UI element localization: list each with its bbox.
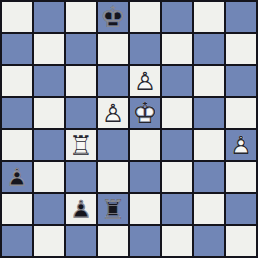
square-f5[interactable]	[162, 98, 192, 128]
piece-black-king-d8[interactable]: ♚♔	[98, 2, 128, 32]
piece-outline-glyph: ♙	[2, 162, 32, 192]
square-a6[interactable]	[2, 66, 32, 96]
square-c5[interactable]	[66, 98, 96, 128]
square-b7[interactable]	[34, 34, 64, 64]
square-e2[interactable]	[130, 194, 160, 224]
square-g7[interactable]	[194, 34, 224, 64]
piece-outline-glyph: ♙	[130, 66, 160, 96]
square-h1[interactable]	[226, 226, 256, 256]
piece-white-pawn-h4[interactable]: ♟♙	[226, 130, 256, 160]
square-e5[interactable]: ♚♔	[130, 98, 160, 128]
square-e6[interactable]: ♟♙	[130, 66, 160, 96]
square-d2[interactable]: ♜♖	[98, 194, 128, 224]
square-c3[interactable]	[66, 162, 96, 192]
square-c8[interactable]	[66, 2, 96, 32]
piece-outline-glyph: ♔	[98, 2, 128, 32]
piece-outline-glyph: ♙	[226, 130, 256, 160]
square-b8[interactable]	[34, 2, 64, 32]
square-f3[interactable]	[162, 162, 192, 192]
square-b5[interactable]	[34, 98, 64, 128]
square-f1[interactable]	[162, 226, 192, 256]
square-d7[interactable]	[98, 34, 128, 64]
square-b2[interactable]	[34, 194, 64, 224]
piece-white-king-e5[interactable]: ♚♔	[130, 98, 160, 128]
piece-outline-glyph: ♔	[130, 98, 160, 128]
square-c4[interactable]: ♜♖	[66, 130, 96, 160]
square-d6[interactable]	[98, 66, 128, 96]
piece-black-pawn-a3[interactable]: ♟♙	[2, 162, 32, 192]
square-e3[interactable]	[130, 162, 160, 192]
piece-white-pawn-d5[interactable]: ♟♙	[98, 98, 128, 128]
square-h2[interactable]	[226, 194, 256, 224]
square-d1[interactable]	[98, 226, 128, 256]
square-h8[interactable]	[226, 2, 256, 32]
square-f8[interactable]	[162, 2, 192, 32]
square-c6[interactable]	[66, 66, 96, 96]
piece-outline-glyph: ♙	[98, 98, 128, 128]
square-b1[interactable]	[34, 226, 64, 256]
square-g4[interactable]	[194, 130, 224, 160]
square-g8[interactable]	[194, 2, 224, 32]
square-c1[interactable]	[66, 226, 96, 256]
square-h4[interactable]: ♟♙	[226, 130, 256, 160]
square-c7[interactable]	[66, 34, 96, 64]
square-b3[interactable]	[34, 162, 64, 192]
square-g2[interactable]	[194, 194, 224, 224]
piece-black-rook-d2[interactable]: ♜♖	[98, 194, 128, 224]
square-c2[interactable]: ♟♙	[66, 194, 96, 224]
square-g5[interactable]	[194, 98, 224, 128]
square-a4[interactable]	[2, 130, 32, 160]
square-h3[interactable]	[226, 162, 256, 192]
square-g1[interactable]	[194, 226, 224, 256]
square-f2[interactable]	[162, 194, 192, 224]
square-g6[interactable]	[194, 66, 224, 96]
square-d3[interactable]	[98, 162, 128, 192]
square-e1[interactable]	[130, 226, 160, 256]
square-a2[interactable]	[2, 194, 32, 224]
square-d5[interactable]: ♟♙	[98, 98, 128, 128]
square-g3[interactable]	[194, 162, 224, 192]
square-h7[interactable]	[226, 34, 256, 64]
square-e7[interactable]	[130, 34, 160, 64]
square-f7[interactable]	[162, 34, 192, 64]
piece-outline-glyph: ♖	[98, 194, 128, 224]
square-a1[interactable]	[2, 226, 32, 256]
square-a5[interactable]	[2, 98, 32, 128]
chess-board-frame: ♚♔♟♙♟♙♚♔♜♖♟♙♟♙♟♙♜♖	[0, 0, 258, 258]
square-a7[interactable]	[2, 34, 32, 64]
piece-white-pawn-e6[interactable]: ♟♙	[130, 66, 160, 96]
square-e4[interactable]	[130, 130, 160, 160]
chess-board: ♚♔♟♙♟♙♚♔♜♖♟♙♟♙♟♙♜♖	[2, 2, 256, 256]
piece-black-pawn-c2[interactable]: ♟♙	[66, 194, 96, 224]
square-h6[interactable]	[226, 66, 256, 96]
square-a3[interactable]: ♟♙	[2, 162, 32, 192]
square-h5[interactable]	[226, 98, 256, 128]
piece-outline-glyph: ♖	[66, 130, 96, 160]
square-d4[interactable]	[98, 130, 128, 160]
piece-outline-glyph: ♙	[66, 194, 96, 224]
square-b4[interactable]	[34, 130, 64, 160]
piece-white-rook-c4[interactable]: ♜♖	[66, 130, 96, 160]
square-d8[interactable]: ♚♔	[98, 2, 128, 32]
square-f4[interactable]	[162, 130, 192, 160]
square-a8[interactable]	[2, 2, 32, 32]
square-f6[interactable]	[162, 66, 192, 96]
square-b6[interactable]	[34, 66, 64, 96]
square-e8[interactable]	[130, 2, 160, 32]
